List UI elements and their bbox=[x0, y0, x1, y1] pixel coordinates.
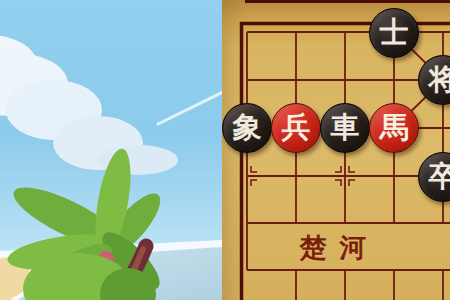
piece-red-soldier[interactable]: 兵 bbox=[271, 103, 321, 153]
beach-background bbox=[0, 0, 222, 300]
piece-char: 兵 bbox=[282, 103, 311, 151]
beach-scene-graphic bbox=[0, 0, 222, 300]
piece-char: 将 bbox=[429, 55, 450, 103]
piece-black-chariot[interactable]: 車 bbox=[320, 103, 370, 153]
piece-black-elephant[interactable]: 象 bbox=[222, 103, 272, 153]
piece-black-advisor[interactable]: 士 bbox=[369, 8, 419, 58]
piece-char: 馬 bbox=[380, 103, 409, 151]
xiangqi-game-screen: 楚河 士将象兵車馬卒 bbox=[0, 0, 450, 300]
river-label: 楚河 bbox=[272, 233, 394, 265]
piece-char: 車 bbox=[331, 103, 360, 151]
piece-char: 士 bbox=[380, 8, 409, 56]
piece-char: 卒 bbox=[429, 152, 450, 200]
piece-red-horse[interactable]: 馬 bbox=[369, 103, 419, 153]
piece-char: 象 bbox=[233, 103, 262, 151]
xiangqi-board[interactable]: 楚河 士将象兵車馬卒 bbox=[222, 0, 450, 300]
